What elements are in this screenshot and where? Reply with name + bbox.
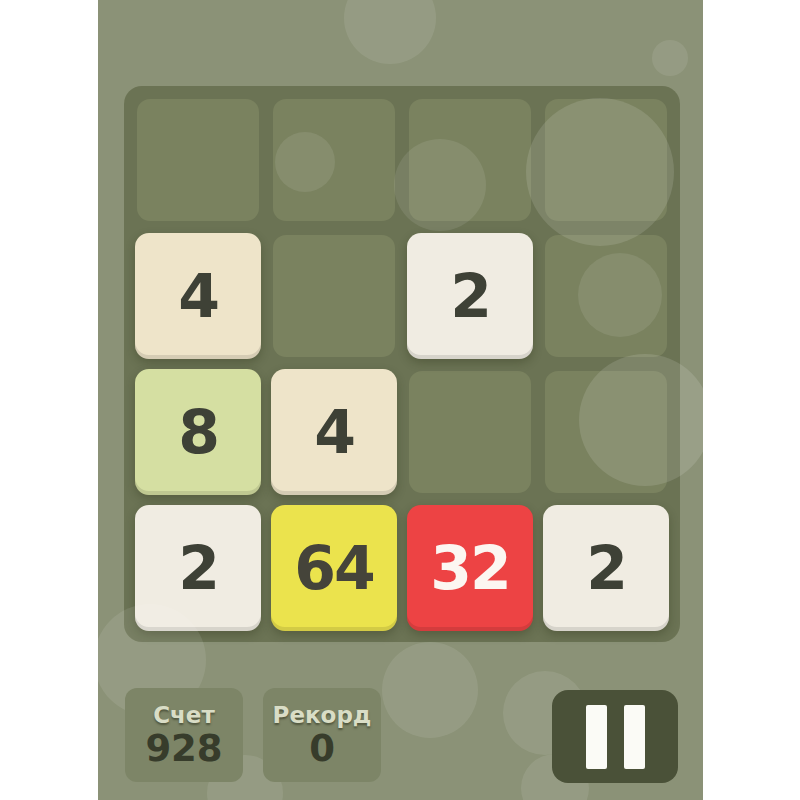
tile-8: 8 [135, 369, 261, 495]
board-cell [545, 371, 667, 493]
tile-64: 64 [271, 505, 397, 631]
board-cell: 4 [273, 371, 395, 493]
board-cell [545, 235, 667, 357]
board-cell: 2 [137, 507, 259, 629]
tile-32: 32 [407, 505, 533, 631]
board-cell [409, 371, 531, 493]
board-cell: 2 [545, 507, 667, 629]
tile-4: 4 [271, 369, 397, 495]
board-cell: 4 [137, 235, 259, 357]
board-cell [409, 99, 531, 221]
score-panel: Счет 928 [125, 688, 243, 782]
tile-2: 2 [135, 505, 261, 631]
board-cell: 32 [409, 507, 531, 629]
board-cell [137, 99, 259, 221]
game-screen: 4284264322 Счет 928 Рекорд 0 [98, 0, 703, 800]
board-cell: 8 [137, 371, 259, 493]
pause-icon [586, 705, 645, 769]
best-score-panel: Рекорд 0 [263, 688, 381, 782]
score-label: Счет [153, 704, 215, 727]
best-label: Рекорд [273, 704, 372, 727]
pause-button[interactable] [552, 690, 678, 783]
tile-2: 2 [543, 505, 669, 631]
bokeh-decoration [652, 40, 688, 76]
tile-2: 2 [407, 233, 533, 359]
score-value: 928 [145, 730, 222, 767]
pause-bar-left [586, 705, 607, 769]
board-cell [273, 235, 395, 357]
best-value: 0 [309, 730, 335, 767]
bokeh-decoration [344, 0, 436, 64]
pause-bar-right [624, 705, 645, 769]
board-cell: 64 [273, 507, 395, 629]
board-cell [545, 99, 667, 221]
letterbox-left [0, 0, 98, 800]
letterbox-right [703, 0, 800, 800]
bokeh-decoration [382, 642, 478, 738]
board-cell [273, 99, 395, 221]
board[interactable]: 4284264322 [124, 86, 680, 642]
board-cell: 2 [409, 235, 531, 357]
tile-4: 4 [135, 233, 261, 359]
